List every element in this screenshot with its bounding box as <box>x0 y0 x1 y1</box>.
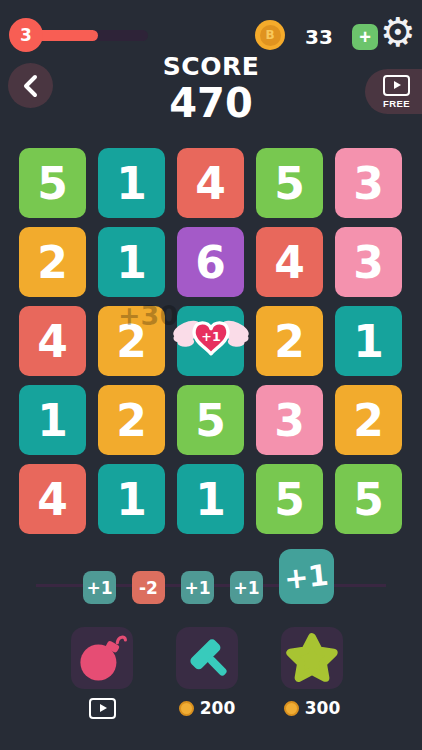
star-cost-value: 300 <box>305 698 341 718</box>
queue-bonus-tile: +1 <box>181 571 214 604</box>
tile-4[interactable]: 4 <box>19 464 86 534</box>
tile-5[interactable]: 5 <box>256 148 323 218</box>
plus-icon: + <box>359 27 371 47</box>
coin-symbol: B <box>260 25 281 46</box>
settings-button[interactable]: ⚙ <box>376 10 420 54</box>
tile-1[interactable]: 1 <box>98 148 165 218</box>
score-value: 470 <box>0 80 422 126</box>
tile-1[interactable]: 1 <box>98 464 165 534</box>
tile-1[interactable]: 1 <box>335 306 402 376</box>
tile-4[interactable]: 4 <box>19 306 86 376</box>
video-ad-icon <box>383 75 410 96</box>
bomb-cost[interactable] <box>89 698 116 718</box>
hammer-cost-value: 200 <box>200 698 236 718</box>
queue-bonus-tile: -2 <box>132 571 165 604</box>
game-screen: 3 B 33 + ⚙ SCORE 470 FREE 514532164342 <box>0 0 422 750</box>
hammer-powerup-button[interactable] <box>176 627 238 689</box>
hammer-icon <box>180 631 234 685</box>
hammer-cost: 200 <box>179 698 236 718</box>
coin-icon <box>284 701 299 716</box>
coin-icon <box>179 701 194 716</box>
tile-2[interactable]: 2 <box>19 227 86 297</box>
tile-2[interactable]: 2 <box>98 385 165 455</box>
star-powerup-button[interactable] <box>281 627 343 689</box>
star-cost: 300 <box>284 698 341 718</box>
tile-1[interactable]: 1 <box>98 227 165 297</box>
video-ad-icon <box>89 698 116 719</box>
tile-1[interactable]: 1 <box>177 464 244 534</box>
bonus-queue: +1-2+1+1+1 <box>83 548 334 604</box>
tile-3[interactable]: 3 <box>335 148 402 218</box>
tile-2[interactable]: 2 <box>335 385 402 455</box>
bomb-icon <box>75 631 129 685</box>
gear-icon: ⚙ <box>380 9 416 55</box>
score-label: SCORE <box>0 52 422 81</box>
tile-5[interactable]: 5 <box>335 464 402 534</box>
coin-count: 33 <box>296 25 342 49</box>
queue-bonus-tile: +1 <box>83 571 116 604</box>
queue-bonus-tile: +1 <box>230 571 263 604</box>
tile-2[interactable]: 2 <box>256 306 323 376</box>
tile-3[interactable]: 3 <box>256 385 323 455</box>
tile-5[interactable]: 5 <box>177 385 244 455</box>
winged-heart-bonus: +1 <box>169 310 253 374</box>
level-badge: 3 <box>9 18 43 52</box>
bomb-powerup-button[interactable] <box>71 627 133 689</box>
tile-3[interactable]: 3 <box>335 227 402 297</box>
star-icon <box>285 631 339 685</box>
free-reward-button[interactable]: FREE <box>365 69 422 114</box>
board-grid: 514532164342 +1 211253241155 <box>19 148 402 534</box>
add-coins-button[interactable]: + <box>352 24 378 50</box>
coin-icon: B <box>255 20 285 50</box>
tile-1[interactable]: 1 <box>19 385 86 455</box>
tile-6[interactable]: 6 <box>177 227 244 297</box>
tile-winged-heart[interactable]: +1 <box>177 306 244 376</box>
tile-5[interactable]: 5 <box>19 148 86 218</box>
tile-4[interactable]: 4 <box>177 148 244 218</box>
free-label: FREE <box>383 98 410 109</box>
next-bonus-tile[interactable]: +1 <box>279 549 334 604</box>
tile-4[interactable]: 4 <box>256 227 323 297</box>
tile-2[interactable]: 2 <box>98 306 165 376</box>
tile-5[interactable]: 5 <box>256 464 323 534</box>
level-progress-track <box>28 30 148 41</box>
heart-bonus-label: +1 <box>201 329 220 344</box>
level-badge-value: 3 <box>20 25 32 45</box>
